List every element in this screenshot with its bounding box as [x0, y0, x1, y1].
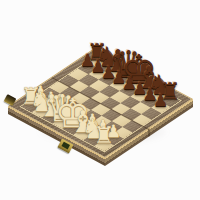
pieces-layer: ♜♞♟♝♟♛♟♚♟♝♟♞♟♟♜♟♟♜♟♟♞♟♝♟♛♟♚♟♝♟♞♜: [0, 0, 200, 200]
piece-white-rook-h1[interactable]: ♜: [84, 124, 124, 147]
piece-black-pawn-h7[interactable]: ♟: [141, 92, 181, 109]
product-photo: ♜♞♟♝♟♛♟♚♟♝♟♞♟♟♜♟♟♜♟♟♞♟♝♟♛♟♚♟♝♟♞♜: [0, 0, 200, 200]
